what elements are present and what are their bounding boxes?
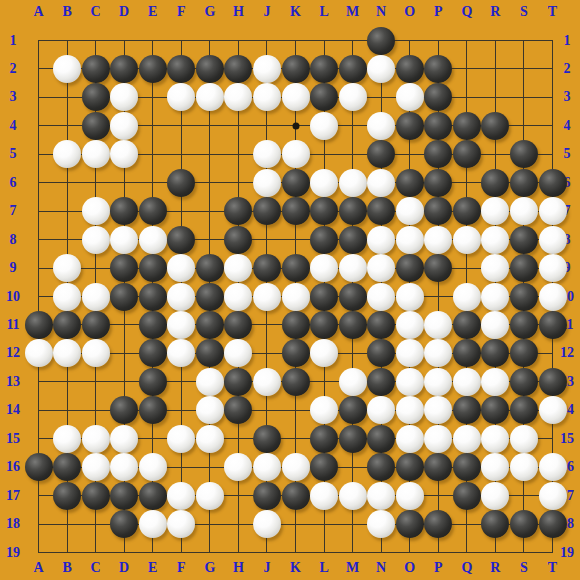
- stone-black-L3[interactable]: [310, 83, 338, 111]
- stone-black-Q16[interactable]: [453, 453, 481, 481]
- stone-white-R8[interactable]: [481, 226, 509, 254]
- stone-black-P3[interactable]: [424, 83, 452, 111]
- row-label-left-1: 1: [10, 34, 17, 48]
- stone-white-T7[interactable]: [539, 197, 567, 225]
- stone-black-J7[interactable]: [253, 197, 281, 225]
- row-label-right-5: 5: [564, 147, 571, 161]
- stone-black-N15[interactable]: [367, 425, 395, 453]
- stone-white-J6[interactable]: [253, 169, 281, 197]
- col-label-bottom-N: N: [376, 561, 386, 575]
- stone-black-T6[interactable]: [539, 169, 567, 197]
- stone-white-D5[interactable]: [110, 140, 138, 168]
- stone-black-L10[interactable]: [310, 283, 338, 311]
- stone-black-K12[interactable]: [282, 339, 310, 367]
- stone-black-H2[interactable]: [224, 55, 252, 83]
- stone-white-P13[interactable]: [424, 368, 452, 396]
- stone-black-K7[interactable]: [282, 197, 310, 225]
- col-label-top-D: D: [119, 5, 129, 19]
- stone-black-B16[interactable]: [53, 453, 81, 481]
- stone-white-R11[interactable]: [481, 311, 509, 339]
- stone-black-M11[interactable]: [339, 311, 367, 339]
- stone-black-S11[interactable]: [510, 311, 538, 339]
- stone-white-R16[interactable]: [481, 453, 509, 481]
- col-label-top-N: N: [376, 5, 386, 19]
- row-label-left-7: 7: [10, 204, 17, 218]
- stone-black-Q12[interactable]: [453, 339, 481, 367]
- col-label-top-L: L: [319, 5, 328, 19]
- col-label-top-K: K: [290, 5, 301, 19]
- stone-white-T10[interactable]: [539, 283, 567, 311]
- stone-white-D15[interactable]: [110, 425, 138, 453]
- stone-white-S15[interactable]: [510, 425, 538, 453]
- stone-white-B10[interactable]: [53, 283, 81, 311]
- col-label-bottom-Q: Q: [461, 561, 472, 575]
- stone-white-Q10[interactable]: [453, 283, 481, 311]
- stone-white-F15[interactable]: [167, 425, 195, 453]
- stone-white-S7[interactable]: [510, 197, 538, 225]
- col-label-bottom-F: F: [177, 561, 186, 575]
- stone-white-F10[interactable]: [167, 283, 195, 311]
- stone-black-O4[interactable]: [396, 112, 424, 140]
- hoshi-point-K4: [292, 122, 299, 129]
- stone-white-N10[interactable]: [367, 283, 395, 311]
- stone-black-A16[interactable]: [25, 453, 53, 481]
- row-label-right-15: 15: [560, 432, 574, 446]
- stone-black-E17[interactable]: [139, 482, 167, 510]
- stone-white-P15[interactable]: [424, 425, 452, 453]
- col-label-bottom-M: M: [346, 561, 359, 575]
- stone-white-O10[interactable]: [396, 283, 424, 311]
- stone-black-K9[interactable]: [282, 254, 310, 282]
- stone-black-E7[interactable]: [139, 197, 167, 225]
- stone-white-M9[interactable]: [339, 254, 367, 282]
- stone-white-R10[interactable]: [481, 283, 509, 311]
- col-label-top-F: F: [177, 5, 186, 19]
- stone-black-T13[interactable]: [539, 368, 567, 396]
- stone-white-K3[interactable]: [282, 83, 310, 111]
- row-label-left-13: 13: [6, 375, 20, 389]
- stone-black-B17[interactable]: [53, 482, 81, 510]
- stone-white-F18[interactable]: [167, 510, 195, 538]
- stone-black-H13[interactable]: [224, 368, 252, 396]
- stone-black-C4[interactable]: [82, 112, 110, 140]
- stone-white-F3[interactable]: [167, 83, 195, 111]
- stone-black-J15[interactable]: [253, 425, 281, 453]
- stone-black-B11[interactable]: [53, 311, 81, 339]
- col-label-bottom-J: J: [263, 561, 270, 575]
- stone-black-H14[interactable]: [224, 396, 252, 424]
- col-label-top-S: S: [520, 5, 528, 19]
- stone-white-L14[interactable]: [310, 396, 338, 424]
- stone-black-M8[interactable]: [339, 226, 367, 254]
- stone-white-G13[interactable]: [196, 368, 224, 396]
- stone-black-S18[interactable]: [510, 510, 538, 538]
- stone-white-P14[interactable]: [424, 396, 452, 424]
- row-label-right-12: 12: [560, 346, 574, 360]
- stone-black-E2[interactable]: [139, 55, 167, 83]
- stone-black-R14[interactable]: [481, 396, 509, 424]
- stone-black-D18[interactable]: [110, 510, 138, 538]
- col-label-top-P: P: [434, 5, 443, 19]
- row-label-left-9: 9: [10, 261, 17, 275]
- stone-black-S9[interactable]: [510, 254, 538, 282]
- stone-white-C16[interactable]: [82, 453, 110, 481]
- stone-white-Q8[interactable]: [453, 226, 481, 254]
- stone-black-G10[interactable]: [196, 283, 224, 311]
- stone-black-N7[interactable]: [367, 197, 395, 225]
- stone-black-L8[interactable]: [310, 226, 338, 254]
- stone-white-J5[interactable]: [253, 140, 281, 168]
- stone-black-P18[interactable]: [424, 510, 452, 538]
- row-label-left-3: 3: [10, 90, 17, 104]
- stone-black-M7[interactable]: [339, 197, 367, 225]
- stone-white-F17[interactable]: [167, 482, 195, 510]
- col-label-bottom-E: E: [148, 561, 157, 575]
- stone-white-K5[interactable]: [282, 140, 310, 168]
- stone-white-Q13[interactable]: [453, 368, 481, 396]
- stone-white-J10[interactable]: [253, 283, 281, 311]
- row-label-left-10: 10: [6, 290, 20, 304]
- stone-black-Q7[interactable]: [453, 197, 481, 225]
- stone-black-E9[interactable]: [139, 254, 167, 282]
- stone-white-O3[interactable]: [396, 83, 424, 111]
- stone-white-F9[interactable]: [167, 254, 195, 282]
- row-label-left-18: 18: [6, 517, 20, 531]
- stone-white-B5[interactable]: [53, 140, 81, 168]
- stone-black-R18[interactable]: [481, 510, 509, 538]
- stone-black-C11[interactable]: [82, 311, 110, 339]
- stone-black-D2[interactable]: [110, 55, 138, 83]
- row-label-left-15: 15: [6, 432, 20, 446]
- row-label-left-4: 4: [10, 119, 17, 133]
- row-label-left-8: 8: [10, 233, 17, 247]
- stone-white-P12[interactable]: [424, 339, 452, 367]
- stone-black-C2[interactable]: [82, 55, 110, 83]
- col-label-top-O: O: [404, 5, 415, 19]
- col-label-bottom-A: A: [33, 561, 43, 575]
- row-label-left-19: 19: [6, 546, 20, 560]
- go-board[interactable]: AABBCCDDEEFFGGHHJJKKLLMMNNOOPPQQRRSSTT11…: [0, 0, 580, 580]
- stone-black-G11[interactable]: [196, 311, 224, 339]
- stone-black-S13[interactable]: [510, 368, 538, 396]
- col-label-bottom-P: P: [434, 561, 443, 575]
- stone-white-J13[interactable]: [253, 368, 281, 396]
- stone-black-G12[interactable]: [196, 339, 224, 367]
- stone-black-D7[interactable]: [110, 197, 138, 225]
- stone-white-B9[interactable]: [53, 254, 81, 282]
- row-label-right-19: 19: [560, 546, 574, 560]
- stone-white-O15[interactable]: [396, 425, 424, 453]
- col-label-bottom-R: R: [490, 561, 500, 575]
- stone-black-O18[interactable]: [396, 510, 424, 538]
- stone-black-E14[interactable]: [139, 396, 167, 424]
- stone-black-S8[interactable]: [510, 226, 538, 254]
- stone-white-T17[interactable]: [539, 482, 567, 510]
- row-label-left-2: 2: [10, 62, 17, 76]
- stone-black-E13[interactable]: [139, 368, 167, 396]
- stone-white-G14[interactable]: [196, 396, 224, 424]
- stone-black-S6[interactable]: [510, 169, 538, 197]
- stone-black-D9[interactable]: [110, 254, 138, 282]
- stone-black-P4[interactable]: [424, 112, 452, 140]
- stone-white-O13[interactable]: [396, 368, 424, 396]
- grid-line-horizontal: [38, 552, 553, 553]
- stone-white-N14[interactable]: [367, 396, 395, 424]
- stone-white-N2[interactable]: [367, 55, 395, 83]
- stone-black-H8[interactable]: [224, 226, 252, 254]
- stone-white-B15[interactable]: [53, 425, 81, 453]
- stone-white-O14[interactable]: [396, 396, 424, 424]
- stone-black-N12[interactable]: [367, 339, 395, 367]
- stone-white-P11[interactable]: [424, 311, 452, 339]
- stone-black-R6[interactable]: [481, 169, 509, 197]
- stone-white-J3[interactable]: [253, 83, 281, 111]
- stone-black-Q5[interactable]: [453, 140, 481, 168]
- stone-black-O9[interactable]: [396, 254, 424, 282]
- stone-white-O12[interactable]: [396, 339, 424, 367]
- row-label-right-2: 2: [564, 62, 571, 76]
- col-label-top-Q: Q: [461, 5, 472, 19]
- col-label-bottom-G: G: [204, 561, 215, 575]
- stone-black-S10[interactable]: [510, 283, 538, 311]
- stone-black-C17[interactable]: [82, 482, 110, 510]
- stone-white-N17[interactable]: [367, 482, 395, 510]
- stone-white-T9[interactable]: [539, 254, 567, 282]
- stone-white-L12[interactable]: [310, 339, 338, 367]
- stone-white-R9[interactable]: [481, 254, 509, 282]
- row-label-right-1: 1: [564, 34, 571, 48]
- stone-white-T16[interactable]: [539, 453, 567, 481]
- col-label-top-J: J: [263, 5, 270, 19]
- stone-white-L6[interactable]: [310, 169, 338, 197]
- stone-black-P16[interactable]: [424, 453, 452, 481]
- stone-black-K11[interactable]: [282, 311, 310, 339]
- stone-white-R7[interactable]: [481, 197, 509, 225]
- stone-white-C12[interactable]: [82, 339, 110, 367]
- stone-white-O8[interactable]: [396, 226, 424, 254]
- stone-black-K17[interactable]: [282, 482, 310, 510]
- col-label-top-M: M: [346, 5, 359, 19]
- row-label-left-16: 16: [6, 460, 20, 474]
- stone-black-C3[interactable]: [82, 83, 110, 111]
- col-label-top-H: H: [233, 5, 244, 19]
- stone-white-O11[interactable]: [396, 311, 424, 339]
- stone-white-O7[interactable]: [396, 197, 424, 225]
- stone-white-D3[interactable]: [110, 83, 138, 111]
- stone-black-T11[interactable]: [539, 311, 567, 339]
- stone-white-C10[interactable]: [82, 283, 110, 311]
- col-label-bottom-S: S: [520, 561, 528, 575]
- col-label-bottom-T: T: [548, 561, 557, 575]
- stone-white-C5[interactable]: [82, 140, 110, 168]
- stone-black-Q4[interactable]: [453, 112, 481, 140]
- stone-white-B2[interactable]: [53, 55, 81, 83]
- stone-white-N6[interactable]: [367, 169, 395, 197]
- stone-black-J17[interactable]: [253, 482, 281, 510]
- stone-white-T8[interactable]: [539, 226, 567, 254]
- stone-white-A12[interactable]: [25, 339, 53, 367]
- stone-black-S5[interactable]: [510, 140, 538, 168]
- stone-white-F11[interactable]: [167, 311, 195, 339]
- stone-white-P8[interactable]: [424, 226, 452, 254]
- stone-white-R17[interactable]: [481, 482, 509, 510]
- stone-white-R13[interactable]: [481, 368, 509, 396]
- stone-white-M6[interactable]: [339, 169, 367, 197]
- stone-black-Q11[interactable]: [453, 311, 481, 339]
- col-label-bottom-H: H: [233, 561, 244, 575]
- stone-black-N11[interactable]: [367, 311, 395, 339]
- stone-black-O2[interactable]: [396, 55, 424, 83]
- stone-white-H16[interactable]: [224, 453, 252, 481]
- stone-black-P6[interactable]: [424, 169, 452, 197]
- col-label-top-R: R: [490, 5, 500, 19]
- stone-white-O17[interactable]: [396, 482, 424, 510]
- stone-white-C15[interactable]: [82, 425, 110, 453]
- stone-white-G17[interactable]: [196, 482, 224, 510]
- stone-black-N13[interactable]: [367, 368, 395, 396]
- stone-black-D10[interactable]: [110, 283, 138, 311]
- stone-black-Q14[interactable]: [453, 396, 481, 424]
- stone-white-J18[interactable]: [253, 510, 281, 538]
- stone-white-E16[interactable]: [139, 453, 167, 481]
- stone-white-C8[interactable]: [82, 226, 110, 254]
- row-label-right-3: 3: [564, 90, 571, 104]
- col-label-bottom-B: B: [62, 561, 71, 575]
- stone-white-N18[interactable]: [367, 510, 395, 538]
- row-label-left-17: 17: [6, 489, 20, 503]
- stone-white-D16[interactable]: [110, 453, 138, 481]
- col-label-bottom-L: L: [319, 561, 328, 575]
- stone-white-N8[interactable]: [367, 226, 395, 254]
- stone-white-D8[interactable]: [110, 226, 138, 254]
- stone-black-S14[interactable]: [510, 396, 538, 424]
- stone-white-F12[interactable]: [167, 339, 195, 367]
- stone-black-F8[interactable]: [167, 226, 195, 254]
- row-label-left-11: 11: [6, 318, 19, 332]
- stone-white-G15[interactable]: [196, 425, 224, 453]
- stone-black-O16[interactable]: [396, 453, 424, 481]
- stone-black-L7[interactable]: [310, 197, 338, 225]
- stone-white-J2[interactable]: [253, 55, 281, 83]
- stone-white-N9[interactable]: [367, 254, 395, 282]
- stone-white-C7[interactable]: [82, 197, 110, 225]
- stone-white-M13[interactable]: [339, 368, 367, 396]
- stone-black-A11[interactable]: [25, 311, 53, 339]
- stone-white-G3[interactable]: [196, 83, 224, 111]
- stone-black-K2[interactable]: [282, 55, 310, 83]
- col-label-top-B: B: [62, 5, 71, 19]
- stone-black-Q17[interactable]: [453, 482, 481, 510]
- stone-white-H12[interactable]: [224, 339, 252, 367]
- stone-white-Q15[interactable]: [453, 425, 481, 453]
- stone-black-T18[interactable]: [539, 510, 567, 538]
- stone-black-P2[interactable]: [424, 55, 452, 83]
- stone-white-L17[interactable]: [310, 482, 338, 510]
- stone-black-P7[interactable]: [424, 197, 452, 225]
- stone-white-M17[interactable]: [339, 482, 367, 510]
- stone-black-G2[interactable]: [196, 55, 224, 83]
- col-label-top-G: G: [204, 5, 215, 19]
- stone-white-H3[interactable]: [224, 83, 252, 111]
- stone-black-H11[interactable]: [224, 311, 252, 339]
- row-label-right-4: 4: [564, 119, 571, 133]
- stone-black-M2[interactable]: [339, 55, 367, 83]
- stone-black-K13[interactable]: [282, 368, 310, 396]
- stone-white-K10[interactable]: [282, 283, 310, 311]
- stone-black-E10[interactable]: [139, 283, 167, 311]
- stone-black-N1[interactable]: [367, 27, 395, 55]
- stone-black-L15[interactable]: [310, 425, 338, 453]
- stone-black-L11[interactable]: [310, 311, 338, 339]
- stone-black-M15[interactable]: [339, 425, 367, 453]
- stone-white-B12[interactable]: [53, 339, 81, 367]
- stone-white-E18[interactable]: [139, 510, 167, 538]
- stone-black-G9[interactable]: [196, 254, 224, 282]
- stone-white-T14[interactable]: [539, 396, 567, 424]
- row-label-left-14: 14: [6, 403, 20, 417]
- stone-black-J9[interactable]: [253, 254, 281, 282]
- row-label-left-5: 5: [10, 147, 17, 161]
- stone-white-R15[interactable]: [481, 425, 509, 453]
- stone-black-D14[interactable]: [110, 396, 138, 424]
- stone-black-S12[interactable]: [510, 339, 538, 367]
- stone-white-D4[interactable]: [110, 112, 138, 140]
- stone-black-O6[interactable]: [396, 169, 424, 197]
- stone-white-S16[interactable]: [510, 453, 538, 481]
- stone-black-M10[interactable]: [339, 283, 367, 311]
- stone-black-F2[interactable]: [167, 55, 195, 83]
- row-label-left-12: 12: [6, 346, 20, 360]
- stone-black-M14[interactable]: [339, 396, 367, 424]
- stone-white-N4[interactable]: [367, 112, 395, 140]
- stone-black-P5[interactable]: [424, 140, 452, 168]
- stone-black-E11[interactable]: [139, 311, 167, 339]
- col-label-top-T: T: [548, 5, 557, 19]
- stone-white-L4[interactable]: [310, 112, 338, 140]
- stone-black-R12[interactable]: [481, 339, 509, 367]
- stone-black-K6[interactable]: [282, 169, 310, 197]
- stone-white-J16[interactable]: [253, 453, 281, 481]
- col-label-bottom-K: K: [290, 561, 301, 575]
- col-label-bottom-C: C: [91, 561, 101, 575]
- stone-white-K16[interactable]: [282, 453, 310, 481]
- stone-white-M3[interactable]: [339, 83, 367, 111]
- stone-black-N5[interactable]: [367, 140, 395, 168]
- stone-white-E8[interactable]: [139, 226, 167, 254]
- stone-white-L9[interactable]: [310, 254, 338, 282]
- col-label-top-C: C: [91, 5, 101, 19]
- stone-black-P9[interactable]: [424, 254, 452, 282]
- stone-black-N16[interactable]: [367, 453, 395, 481]
- stone-black-L2[interactable]: [310, 55, 338, 83]
- stone-white-H10[interactable]: [224, 283, 252, 311]
- stone-black-E12[interactable]: [139, 339, 167, 367]
- stone-black-L16[interactable]: [310, 453, 338, 481]
- col-label-top-A: A: [33, 5, 43, 19]
- col-label-top-E: E: [148, 5, 157, 19]
- stone-white-H9[interactable]: [224, 254, 252, 282]
- stone-black-F6[interactable]: [167, 169, 195, 197]
- col-label-bottom-O: O: [404, 561, 415, 575]
- stone-black-R4[interactable]: [481, 112, 509, 140]
- row-label-left-6: 6: [10, 176, 17, 190]
- stone-black-D17[interactable]: [110, 482, 138, 510]
- stone-black-H7[interactable]: [224, 197, 252, 225]
- col-label-bottom-D: D: [119, 561, 129, 575]
